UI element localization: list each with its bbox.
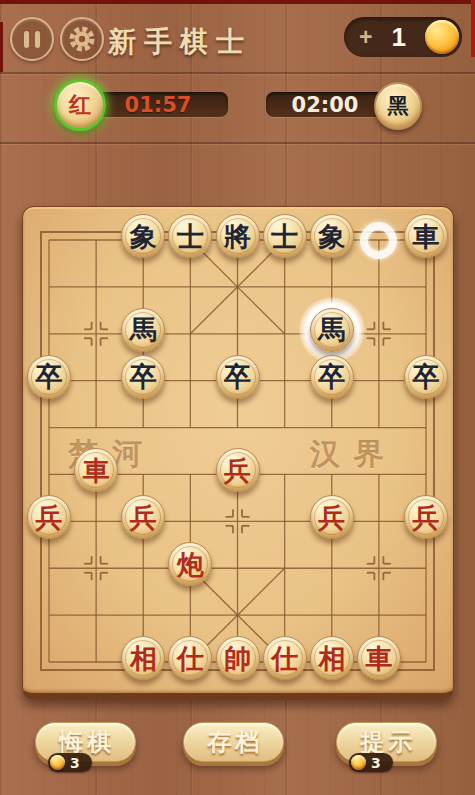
piece-red-elephant[interactable]: 相 xyxy=(310,636,354,680)
undo-cost-badge: 3 xyxy=(48,753,92,772)
piece-black-general[interactable]: 將 xyxy=(216,214,260,258)
black-time-value: 02:00 xyxy=(292,93,359,117)
xiangqi-board[interactable]: 楚河 汉界 象士將士象車馬馬卒卒卒卒卒車兵兵兵兵兵炮相仕帥仕相車 xyxy=(22,206,454,700)
piece-red-advisor[interactable]: 仕 xyxy=(263,636,307,680)
black-player-label: 黑 xyxy=(388,92,409,120)
piece-black-elephant[interactable]: 象 xyxy=(310,214,354,258)
pause-icon xyxy=(24,31,40,48)
piece-black-soldier[interactable]: 卒 xyxy=(121,355,165,399)
red-player-label: 红 xyxy=(69,90,91,120)
save-button[interactable]: 存档 xyxy=(183,722,284,762)
black-player-badge: 黑 xyxy=(374,82,422,130)
page-title: 新手棋士 xyxy=(108,23,252,61)
piece-red-advisor[interactable]: 仕 xyxy=(168,636,212,680)
wood-seam xyxy=(0,72,475,74)
coin-icon xyxy=(50,755,65,770)
piece-red-elephant[interactable]: 相 xyxy=(121,636,165,680)
screen-edge-strip-left xyxy=(0,22,3,72)
hint-cost: 3 xyxy=(371,755,381,771)
piece-red-soldier[interactable]: 兵 xyxy=(216,448,260,492)
game-screen: 新手棋士 + 1 01:57 02:00 红 黑 楚河 汉界 象士將士象車馬馬卒… xyxy=(0,0,475,795)
piece-black-advisor[interactable]: 士 xyxy=(168,214,212,258)
board-pieces-layer: 象士將士象車馬馬卒卒卒卒卒車兵兵兵兵兵炮相仕帥仕相車 xyxy=(23,207,455,693)
settings-button[interactable] xyxy=(60,17,104,61)
coin-icon xyxy=(425,20,459,54)
piece-red-soldier[interactable]: 兵 xyxy=(27,495,71,539)
coin-count: 1 xyxy=(372,22,425,53)
red-timer: 01:57 xyxy=(88,92,228,117)
piece-black-chariot[interactable]: 車 xyxy=(404,214,448,258)
hint-cost-badge: 3 xyxy=(349,753,393,772)
screen-edge-strip-top xyxy=(0,0,475,4)
piece-black-advisor[interactable]: 士 xyxy=(263,214,307,258)
last-move-origin-marker xyxy=(360,222,397,259)
pause-button[interactable] xyxy=(10,17,54,61)
piece-black-soldier[interactable]: 卒 xyxy=(27,355,71,399)
piece-black-soldier[interactable]: 卒 xyxy=(216,355,260,399)
wood-seam xyxy=(0,142,475,144)
piece-red-chariot[interactable]: 車 xyxy=(74,448,118,492)
plus-icon: + xyxy=(359,26,372,49)
piece-black-soldier[interactable]: 卒 xyxy=(404,355,448,399)
red-player-badge: 红 xyxy=(54,79,106,131)
piece-black-soldier[interactable]: 卒 xyxy=(310,355,354,399)
piece-red-soldier[interactable]: 兵 xyxy=(310,495,354,539)
piece-red-chariot[interactable]: 車 xyxy=(357,636,401,680)
piece-black-elephant[interactable]: 象 xyxy=(121,214,165,258)
piece-red-general[interactable]: 帥 xyxy=(216,636,260,680)
piece-red-cannon[interactable]: 炮 xyxy=(168,542,212,586)
gear-icon xyxy=(68,25,96,53)
piece-red-soldier[interactable]: 兵 xyxy=(121,495,165,539)
red-time-value: 01:57 xyxy=(125,93,192,117)
add-coins-button[interactable]: + 1 xyxy=(344,17,462,57)
piece-red-soldier[interactable]: 兵 xyxy=(404,495,448,539)
screen-edge-strip-right xyxy=(471,0,475,57)
piece-black-horse[interactable]: 馬 xyxy=(121,308,165,352)
piece-black-horse[interactable]: 馬 xyxy=(310,308,354,352)
coin-icon xyxy=(351,755,366,770)
undo-cost: 3 xyxy=(70,755,80,771)
